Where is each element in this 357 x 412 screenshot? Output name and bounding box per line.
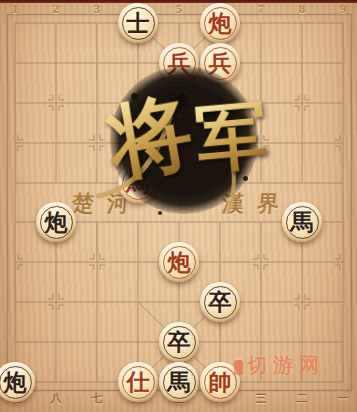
piece-red-cannon[interactable]: 炮 <box>200 3 240 43</box>
file-label-bottom-8: 二 <box>291 391 313 406</box>
piece-char: 馬 <box>118 163 158 203</box>
piece-red-advisor[interactable]: 仕 <box>118 362 158 402</box>
piece-char: 卒 <box>200 282 240 322</box>
piece-char: 炮 <box>36 202 76 242</box>
piece-char: 卒 <box>159 322 199 362</box>
file-label-bottom-2: 八 <box>45 391 67 406</box>
piece-red-soldier[interactable]: 兵 <box>159 43 199 83</box>
file-label-top-8: 8 <box>291 2 313 17</box>
piece-red-soldier[interactable]: 兵 <box>200 43 240 83</box>
file-label-top-3: 3 <box>86 2 108 17</box>
piece-char: 馬 <box>159 362 199 402</box>
piece-char: 馬 <box>282 202 322 242</box>
piece-black-general[interactable]: 將 <box>159 83 199 123</box>
piece-char: 仕 <box>118 362 158 402</box>
piece-red-general[interactable]: 帥 <box>200 362 240 402</box>
piece-black-horse[interactable]: 馬 <box>282 202 322 242</box>
file-label-top-9: 9 <box>332 2 354 17</box>
piece-red-horse[interactable]: 馬 <box>118 163 158 203</box>
piece-char: 兵 <box>159 43 199 83</box>
piece-black-horse[interactable]: 馬 <box>159 362 199 402</box>
xiangqi-board[interactable]: 123456789 九八七六五四三二一 楚河 漢界 士炮兵兵將馬炮馬炮卒卒炮仕馬… <box>0 0 357 412</box>
piece-black-advisor[interactable]: 士 <box>118 3 158 43</box>
piece-char: 炮 <box>0 362 35 402</box>
piece-char: 炮 <box>159 242 199 282</box>
piece-char: 兵 <box>200 43 240 83</box>
piece-red-cannon[interactable]: 炮 <box>159 242 199 282</box>
piece-black-cannon[interactable]: 炮 <box>36 202 76 242</box>
file-label-top-2: 2 <box>45 2 67 17</box>
file-label-bottom-9: 一 <box>332 391 354 406</box>
piece-black-soldier[interactable]: 卒 <box>159 322 199 362</box>
file-label-bottom-7: 三 <box>250 391 272 406</box>
piece-black-soldier[interactable]: 卒 <box>200 282 240 322</box>
file-label-top-1: 1 <box>4 2 26 17</box>
file-label-top-5: 5 <box>168 2 190 17</box>
top-edge-strip <box>0 0 357 3</box>
piece-char: 將 <box>159 83 199 123</box>
piece-black-cannon[interactable]: 炮 <box>0 362 35 402</box>
file-label-bottom-3: 七 <box>86 391 108 406</box>
piece-char: 士 <box>118 3 158 43</box>
file-label-top-7: 7 <box>250 2 272 17</box>
piece-char: 炮 <box>200 3 240 43</box>
piece-char: 帥 <box>200 362 240 402</box>
